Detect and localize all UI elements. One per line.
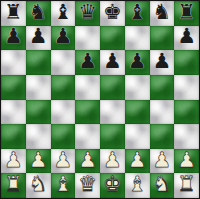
square-f8[interactable]: ♝ bbox=[125, 1, 150, 26]
square-b6[interactable] bbox=[26, 50, 51, 75]
piece-black-pawn[interactable]: ♟ bbox=[4, 26, 23, 47]
piece-black-pawn[interactable]: ♟ bbox=[78, 51, 97, 72]
piece-white-pawn[interactable]: ♟ bbox=[53, 150, 72, 171]
square-f1[interactable]: ♝ bbox=[125, 173, 150, 198]
piece-white-bishop[interactable]: ♝ bbox=[53, 174, 72, 195]
square-b4[interactable] bbox=[26, 100, 51, 125]
square-d4[interactable] bbox=[75, 100, 100, 125]
piece-white-knight[interactable]: ♞ bbox=[152, 174, 171, 195]
piece-white-knight[interactable]: ♞ bbox=[29, 174, 48, 195]
piece-black-pawn[interactable]: ♟ bbox=[152, 51, 171, 72]
square-e1[interactable]: ♚ bbox=[100, 173, 125, 198]
piece-black-bishop[interactable]: ♝ bbox=[53, 2, 72, 23]
piece-black-king[interactable]: ♚ bbox=[103, 2, 122, 23]
piece-white-rook[interactable]: ♜ bbox=[4, 174, 23, 195]
square-a4[interactable] bbox=[1, 100, 26, 125]
square-d8[interactable]: ♛ bbox=[75, 1, 100, 26]
piece-white-pawn[interactable]: ♟ bbox=[78, 150, 97, 171]
square-f4[interactable] bbox=[125, 100, 150, 125]
square-b2[interactable]: ♟ bbox=[26, 149, 51, 174]
square-c6[interactable] bbox=[51, 50, 76, 75]
piece-white-bishop[interactable]: ♝ bbox=[128, 174, 147, 195]
square-e6[interactable]: ♟ bbox=[100, 50, 125, 75]
piece-white-rook[interactable]: ♜ bbox=[177, 174, 196, 195]
square-f7[interactable] bbox=[125, 26, 150, 51]
piece-white-king[interactable]: ♚ bbox=[103, 174, 122, 195]
square-g1[interactable]: ♞ bbox=[150, 173, 175, 198]
square-a2[interactable]: ♟ bbox=[1, 149, 26, 174]
square-e4[interactable] bbox=[100, 100, 125, 125]
square-h6[interactable] bbox=[174, 50, 199, 75]
square-g7[interactable] bbox=[150, 26, 175, 51]
square-h3[interactable] bbox=[174, 124, 199, 149]
square-a1[interactable]: ♜ bbox=[1, 173, 26, 198]
square-d5[interactable] bbox=[75, 75, 100, 100]
piece-white-pawn[interactable]: ♟ bbox=[177, 150, 196, 171]
piece-white-pawn[interactable]: ♟ bbox=[128, 150, 147, 171]
piece-white-pawn[interactable]: ♟ bbox=[4, 150, 23, 171]
piece-black-queen[interactable]: ♛ bbox=[78, 2, 97, 23]
square-c2[interactable]: ♟ bbox=[51, 149, 76, 174]
square-c1[interactable]: ♝ bbox=[51, 173, 76, 198]
square-b5[interactable] bbox=[26, 75, 51, 100]
piece-black-knight[interactable]: ♞ bbox=[29, 2, 48, 23]
square-g2[interactable]: ♟ bbox=[150, 149, 175, 174]
square-f2[interactable]: ♟ bbox=[125, 149, 150, 174]
square-e3[interactable] bbox=[100, 124, 125, 149]
square-c7[interactable]: ♟ bbox=[51, 26, 76, 51]
square-f5[interactable] bbox=[125, 75, 150, 100]
square-h2[interactable]: ♟ bbox=[174, 149, 199, 174]
piece-white-pawn[interactable]: ♟ bbox=[152, 150, 171, 171]
square-h7[interactable]: ♟ bbox=[174, 26, 199, 51]
piece-white-pawn[interactable]: ♟ bbox=[103, 150, 122, 171]
piece-black-knight[interactable]: ♞ bbox=[152, 2, 171, 23]
square-d7[interactable] bbox=[75, 26, 100, 51]
piece-black-bishop[interactable]: ♝ bbox=[128, 2, 147, 23]
square-b1[interactable]: ♞ bbox=[26, 173, 51, 198]
square-a8[interactable]: ♜ bbox=[1, 1, 26, 26]
square-a5[interactable] bbox=[1, 75, 26, 100]
square-d3[interactable] bbox=[75, 124, 100, 149]
square-e8[interactable]: ♚ bbox=[100, 1, 125, 26]
square-b8[interactable]: ♞ bbox=[26, 1, 51, 26]
square-c3[interactable] bbox=[51, 124, 76, 149]
chess-board: ♜♞♝♛♚♝♞♜♟♟♟♟♟♟♟♟♟♟♟♟♟♟♟♟♜♞♝♛♚♝♞♜ bbox=[0, 0, 200, 199]
square-f6[interactable]: ♟ bbox=[125, 50, 150, 75]
piece-white-queen[interactable]: ♛ bbox=[78, 174, 97, 195]
square-h1[interactable]: ♜ bbox=[174, 173, 199, 198]
square-a7[interactable]: ♟ bbox=[1, 26, 26, 51]
piece-black-pawn[interactable]: ♟ bbox=[103, 51, 122, 72]
square-f3[interactable] bbox=[125, 124, 150, 149]
square-g3[interactable] bbox=[150, 124, 175, 149]
piece-white-pawn[interactable]: ♟ bbox=[29, 150, 48, 171]
piece-black-rook[interactable]: ♜ bbox=[177, 2, 196, 23]
piece-black-pawn[interactable]: ♟ bbox=[128, 51, 147, 72]
square-h5[interactable] bbox=[174, 75, 199, 100]
piece-black-rook[interactable]: ♜ bbox=[4, 2, 23, 23]
square-g5[interactable] bbox=[150, 75, 175, 100]
square-e5[interactable] bbox=[100, 75, 125, 100]
piece-black-pawn[interactable]: ♟ bbox=[53, 26, 72, 47]
square-g8[interactable]: ♞ bbox=[150, 1, 175, 26]
piece-black-pawn[interactable]: ♟ bbox=[29, 26, 48, 47]
square-d1[interactable]: ♛ bbox=[75, 173, 100, 198]
square-h4[interactable] bbox=[174, 100, 199, 125]
square-g4[interactable] bbox=[150, 100, 175, 125]
square-g6[interactable]: ♟ bbox=[150, 50, 175, 75]
square-d2[interactable]: ♟ bbox=[75, 149, 100, 174]
square-c5[interactable] bbox=[51, 75, 76, 100]
square-a6[interactable] bbox=[1, 50, 26, 75]
square-c4[interactable] bbox=[51, 100, 76, 125]
square-c8[interactable]: ♝ bbox=[51, 1, 76, 26]
square-e2[interactable]: ♟ bbox=[100, 149, 125, 174]
square-b7[interactable]: ♟ bbox=[26, 26, 51, 51]
square-b3[interactable] bbox=[26, 124, 51, 149]
square-d6[interactable]: ♟ bbox=[75, 50, 100, 75]
square-a3[interactable] bbox=[1, 124, 26, 149]
piece-black-pawn[interactable]: ♟ bbox=[177, 26, 196, 47]
square-e7[interactable] bbox=[100, 26, 125, 51]
square-h8[interactable]: ♜ bbox=[174, 1, 199, 26]
